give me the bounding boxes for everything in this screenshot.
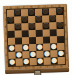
rank-labels-right: 87654321 — [63, 8, 69, 64]
photo-background: { "game": "checkers (draughts) on a wood… — [0, 0, 72, 75]
wooden-checkers-board: ABCDEFGH 87654321 ●●●●●●●●●●●●●●●●●●●●●●… — [3, 4, 69, 74]
board-grid: ●●●●●●●●●●●●●●●●●●●●●●●● — [7, 8, 65, 66]
rank-label-1: 1 — [65, 57, 69, 64]
board-frame: ABCDEFGH 87654321 ●●●●●●●●●●●●●●●●●●●●●●… — [3, 4, 69, 70]
clasp-latch-icon — [34, 70, 41, 75]
